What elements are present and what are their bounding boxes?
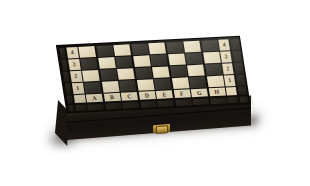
square-d3 bbox=[133, 55, 151, 66]
rim-segment bbox=[65, 83, 72, 94]
square-g3 bbox=[185, 53, 203, 64]
file-label-g: G bbox=[191, 88, 208, 97]
box-lid-chessboard: 44332211ABCDEFGH bbox=[57, 37, 249, 112]
rim-segment bbox=[210, 97, 227, 104]
rank-label-right-1: 1 bbox=[224, 75, 236, 86]
corner-cell bbox=[73, 95, 85, 103]
rim-segment bbox=[157, 100, 174, 107]
file-label-c: C bbox=[121, 92, 138, 101]
square-g4 bbox=[183, 41, 201, 52]
file-label-f: F bbox=[173, 89, 190, 98]
square-e2 bbox=[152, 66, 170, 77]
square-d2 bbox=[135, 67, 153, 78]
rank-label-right-2: 2 bbox=[222, 63, 234, 74]
square-g1 bbox=[189, 77, 207, 88]
rim-segment bbox=[68, 105, 74, 111]
file-label-a: A bbox=[86, 94, 103, 103]
square-e1 bbox=[154, 78, 172, 89]
rim-segment bbox=[230, 39, 240, 50]
rank-label-left-1: 1 bbox=[71, 83, 84, 94]
square-f4 bbox=[166, 42, 184, 53]
square-a1 bbox=[84, 82, 102, 93]
rim-segment bbox=[235, 75, 245, 86]
rim-segment bbox=[192, 98, 209, 105]
square-f2 bbox=[170, 65, 188, 76]
corner-cell bbox=[226, 87, 237, 95]
rim-segment bbox=[239, 96, 248, 102]
rim-segment bbox=[175, 99, 192, 106]
square-a4 bbox=[78, 46, 96, 57]
rim-segment bbox=[237, 86, 246, 94]
square-h1 bbox=[206, 76, 224, 87]
rim-segment bbox=[232, 51, 242, 62]
square-g2 bbox=[187, 65, 205, 76]
rim-segment bbox=[234, 63, 244, 74]
rim-segment bbox=[67, 95, 73, 103]
chess-box-photo: 44332211ABCDEFGH bbox=[0, 0, 310, 186]
rim-segment bbox=[140, 100, 157, 107]
rank-label-right-3: 3 bbox=[220, 51, 232, 62]
file-label-d: D bbox=[138, 91, 155, 100]
clasp-hasp bbox=[156, 125, 168, 134]
rim-segment bbox=[122, 101, 139, 108]
chessboard-half-grid: 44332211ABCDEFGH bbox=[57, 37, 249, 112]
file-label-b: B bbox=[103, 93, 120, 102]
rim-segment bbox=[61, 60, 68, 71]
rank-label-left-4: 4 bbox=[66, 47, 79, 58]
square-c2 bbox=[117, 68, 135, 79]
file-label-e: E bbox=[156, 90, 173, 99]
square-h4 bbox=[201, 40, 219, 51]
square-b4 bbox=[96, 45, 114, 56]
rim-segment bbox=[63, 71, 70, 82]
square-f3 bbox=[168, 54, 186, 65]
square-f1 bbox=[171, 77, 189, 88]
square-d1 bbox=[136, 79, 154, 90]
rim-segment bbox=[59, 48, 66, 59]
rank-label-right-4: 4 bbox=[218, 39, 230, 50]
square-a3 bbox=[80, 58, 98, 69]
square-e4 bbox=[148, 43, 166, 54]
square-c3 bbox=[115, 56, 133, 67]
rim-segment bbox=[227, 96, 238, 102]
square-e3 bbox=[150, 54, 168, 65]
rank-label-left-3: 3 bbox=[68, 59, 81, 70]
file-label-h: H bbox=[208, 88, 225, 97]
square-a2 bbox=[82, 70, 100, 81]
rim-segment bbox=[87, 103, 104, 110]
rim-segment bbox=[105, 102, 122, 109]
square-c1 bbox=[119, 80, 137, 91]
square-b1 bbox=[101, 81, 119, 92]
square-b3 bbox=[98, 57, 116, 68]
square-h3 bbox=[203, 52, 221, 63]
rank-label-left-2: 2 bbox=[70, 71, 83, 82]
square-c4 bbox=[113, 44, 131, 55]
square-d4 bbox=[131, 43, 149, 54]
rim-segment bbox=[75, 104, 87, 111]
square-h2 bbox=[205, 64, 223, 75]
square-b2 bbox=[100, 69, 118, 80]
brass-clasp-icon bbox=[153, 124, 170, 133]
